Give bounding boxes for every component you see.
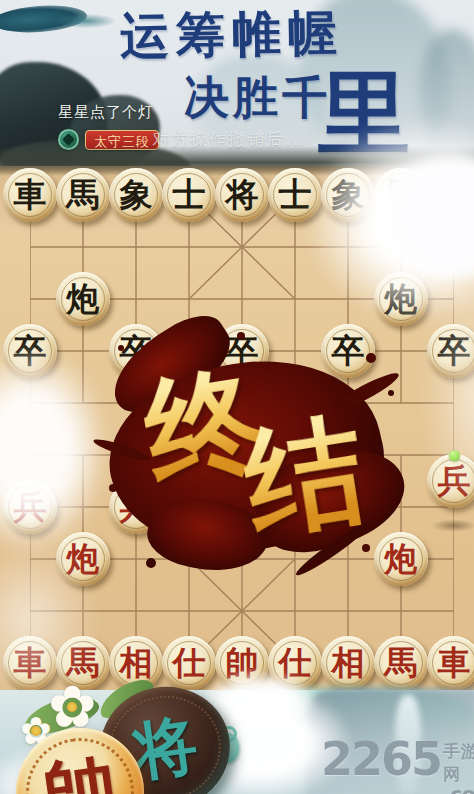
- title-calligraphy-line2: 决胜千: [184, 68, 331, 128]
- piece-black-士-r0c5[interactable]: 士: [268, 168, 322, 222]
- ink-cloud-icon: [55, 14, 115, 28]
- piece-red-兵-r6c8[interactable]: 兵: [427, 454, 474, 508]
- watermark-com: .com: [443, 786, 474, 794]
- piece-glyph: 馬: [385, 646, 418, 679]
- piece-black-馬-r0c1[interactable]: 馬: [56, 168, 110, 222]
- piece-glyph: 象: [332, 178, 365, 211]
- piece-black-炮-r2c7[interactable]: 炮: [374, 272, 428, 326]
- piece-glyph: 兵: [438, 464, 471, 497]
- lifted-piece-shadow: [431, 519, 474, 532]
- stamp-char-2: 结: [237, 408, 372, 543]
- title-calligraphy-line1: 运筹帷幄: [119, 0, 344, 70]
- move-indicator-dot: [449, 450, 460, 461]
- piece-glyph: 士: [279, 178, 312, 211]
- piece-glyph: 車: [14, 178, 47, 211]
- piece-black-車-r0c0[interactable]: 車: [3, 168, 57, 222]
- piece-black-卒-r3c8[interactable]: 卒: [427, 324, 474, 378]
- piece-black-士-r0c3[interactable]: 士: [162, 168, 216, 222]
- piece-glyph: 馬: [385, 178, 418, 211]
- game-screen: 运筹帷幄 决胜千 里 星星点了个灯 太守三段 对方操作撤销后... 漢界 車馬象…: [0, 0, 474, 794]
- watermark-number: 2265: [321, 740, 441, 779]
- piece-red-仕-r9c3[interactable]: 仕: [162, 636, 216, 690]
- lotus-flower-icon: ✿: [48, 678, 97, 736]
- piece-glyph: 炮: [385, 282, 418, 315]
- piece-glyph: 仕: [173, 646, 206, 679]
- piece-glyph: 炮: [67, 542, 100, 575]
- piece-black-車-r0c8[interactable]: 車: [427, 168, 474, 222]
- piece-glyph: 卒: [14, 334, 47, 367]
- player-name: 星星点了个灯: [58, 103, 154, 122]
- piece-glyph: 相: [332, 646, 365, 679]
- piece-red-車-r9c8[interactable]: 車: [427, 636, 474, 690]
- piece-glyph: 車: [438, 646, 471, 679]
- piece-glyph: 仕: [279, 646, 312, 679]
- piece-red-相-r9c6[interactable]: 相: [321, 636, 375, 690]
- piece-black-将-r0c4[interactable]: 将: [215, 168, 269, 222]
- piece-black-卒-r3c0[interactable]: 卒: [3, 324, 57, 378]
- piece-glyph: 車: [438, 178, 471, 211]
- piece-black-馬-r0c7[interactable]: 馬: [374, 168, 428, 222]
- piece-red-兵-r6c0[interactable]: 兵: [3, 480, 57, 534]
- piece-black-象-r0c2[interactable]: 象: [109, 168, 163, 222]
- piece-glyph: 象: [120, 178, 153, 211]
- piece-glyph: 馬: [67, 178, 100, 211]
- piece-black-炮-r2c1[interactable]: 炮: [56, 272, 110, 326]
- piece-glyph: 車: [14, 646, 47, 679]
- piece-glyph: 卒: [438, 334, 471, 367]
- watermark-site: 手游网: [443, 740, 474, 786]
- piece-glyph: 兵: [14, 490, 47, 523]
- game-end-stamp: 终 结: [98, 325, 408, 595]
- piece-glyph: 相: [120, 646, 153, 679]
- piece-red-馬-r9c7[interactable]: 馬: [374, 636, 428, 690]
- piece-glyph: 将: [226, 178, 259, 211]
- watermark: 2265 手游网 .com: [321, 740, 474, 794]
- piece-black-象-r0c6[interactable]: 象: [321, 168, 375, 222]
- piece-glyph: 炮: [67, 282, 100, 315]
- piece-glyph: 士: [173, 178, 206, 211]
